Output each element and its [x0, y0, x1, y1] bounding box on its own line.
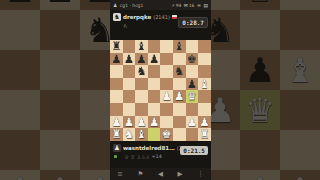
captured-black-pieces: ♛ ♜ ♟♟♟: [125, 154, 151, 160]
square-d3[interactable]: [148, 103, 161, 116]
square-e8[interactable]: [160, 40, 173, 53]
square-h8[interactable]: [198, 40, 211, 53]
square-h7[interactable]: [198, 53, 211, 66]
black-king: ♚: [186, 53, 199, 66]
app-top-bar: ♟ cg1 · hcg1 ⚡94✉16≡▤: [110, 0, 211, 10]
icon-glyph: ⚡: [171, 3, 174, 8]
white-pawn: ♟: [186, 116, 199, 129]
white-rook: ♜: [198, 128, 211, 141]
square-b5[interactable]: [123, 78, 136, 91]
square-c5[interactable]: [135, 78, 148, 91]
black-pawn: ♟: [123, 53, 136, 66]
square-c6[interactable]: ♞: [135, 65, 148, 78]
appbar-action-0-icon[interactable]: ⚡94: [171, 3, 181, 8]
black-pawn: ♟: [110, 53, 123, 66]
captured-white-knight: ♘: [123, 23, 127, 29]
game-controls-toolbar: ≡⚑◀▶⋮: [110, 168, 211, 180]
square-a7[interactable]: ♟: [110, 53, 123, 66]
square-c3[interactable]: [135, 103, 148, 116]
square-c1[interactable]: ♝: [135, 128, 148, 141]
icon-glyph: ≡: [197, 3, 201, 8]
square-b8[interactable]: [123, 40, 136, 53]
white-bishop: ♝: [135, 128, 148, 141]
square-d6[interactable]: [148, 65, 161, 78]
square-a6[interactable]: [110, 65, 123, 78]
black-bishop: ♝: [173, 40, 186, 53]
square-g8[interactable]: [186, 40, 199, 53]
square-b6[interactable]: [123, 65, 136, 78]
appbar-right-group: ⚡94✉16≡▤: [171, 3, 208, 8]
white-rook: ♜: [110, 128, 123, 141]
black-bishop: ♝: [135, 40, 148, 53]
player-bar-top[interactable]: ♞ drerpqke (2141) ♘ 0:28.7: [113, 13, 208, 37]
appbar-action-3-icon[interactable]: ▤: [203, 3, 208, 8]
appbar-badge-count: 16: [189, 3, 195, 8]
square-g4[interactable]: ♛: [186, 90, 199, 103]
top-player-avatar: ♞: [113, 13, 121, 21]
square-e3[interactable]: [160, 103, 173, 116]
bottom-player-avatar: ♟: [113, 144, 121, 152]
black-knight: ♞: [173, 65, 186, 78]
square-b7[interactable]: ♟: [123, 53, 136, 66]
white-bishop: ♝: [198, 78, 211, 91]
square-a1[interactable]: ♜: [110, 128, 123, 141]
top-player-flag-icon: [172, 15, 177, 18]
square-h5[interactable]: ♝: [198, 78, 211, 91]
forward-icon[interactable]: ▶: [178, 168, 183, 180]
square-f4[interactable]: ♟: [173, 90, 186, 103]
appbar-left-group: ♟ cg1 · hcg1: [113, 3, 143, 8]
square-d5[interactable]: [148, 78, 161, 91]
square-g2[interactable]: ♟: [186, 116, 199, 129]
square-e4[interactable]: ♟: [160, 90, 173, 103]
square-g3[interactable]: [186, 103, 199, 116]
back-icon[interactable]: ◀: [158, 168, 163, 180]
icon-glyph: ▤: [203, 3, 208, 8]
flag-icon[interactable]: ⚑: [137, 168, 143, 180]
square-h3[interactable]: [198, 103, 211, 116]
black-knight: ♞: [135, 65, 148, 78]
square-e1[interactable]: ♚: [160, 128, 173, 141]
square-f2[interactable]: [173, 116, 186, 129]
player-bar-bottom[interactable]: ♟ wasntdelred81… (2419) ♛ ♜ ♟♟♟ +14 0:21…: [113, 144, 208, 163]
square-a3[interactable]: [110, 103, 123, 116]
white-king: ♚: [160, 128, 173, 141]
top-player-clock: 0:28.7: [178, 17, 208, 28]
square-b3[interactable]: [123, 103, 136, 116]
white-pawn: ♟: [160, 90, 173, 103]
video-frame: ♜♝♝♟♟♟♟♚♞♞♟♝♟♟♛♟♟♟♟♟♟♜♞♝♚♜ ♟ cg1 · hcg1 …: [0, 0, 320, 180]
white-knight: ♞: [123, 128, 136, 141]
black-rook: ♜: [110, 40, 123, 53]
bottom-player-name[interactable]: wasntdelred81…: [123, 145, 175, 151]
app-screen: ♟ cg1 · hcg1 ⚡94✉16≡▤ ♞ drerpqke (2141) …: [110, 0, 211, 180]
top-player-name[interactable]: drerpqke: [123, 14, 151, 20]
square-b4[interactable]: [123, 90, 136, 103]
menu-icon[interactable]: ≡: [117, 168, 122, 180]
top-player-rating: (2141): [153, 14, 170, 20]
square-d8[interactable]: [148, 40, 161, 53]
appbar-action-1-icon[interactable]: ✉16: [184, 3, 195, 8]
white-queen: ♛: [186, 90, 199, 103]
icon-glyph: ✉: [184, 3, 188, 8]
square-b1[interactable]: ♞: [123, 128, 136, 141]
square-f1[interactable]: [173, 128, 186, 141]
white-pawn: ♟: [173, 90, 186, 103]
square-d1[interactable]: [148, 128, 161, 141]
square-f8[interactable]: ♝: [173, 40, 186, 53]
square-e6[interactable]: [160, 65, 173, 78]
square-a8[interactable]: ♜: [110, 40, 123, 53]
square-g6[interactable]: [186, 65, 199, 78]
black-pawn: ♟: [148, 53, 161, 66]
appbar-action-2-icon[interactable]: ≡: [197, 3, 201, 8]
square-g7[interactable]: ♚: [186, 53, 199, 66]
online-indicator: [114, 155, 117, 158]
square-f3[interactable]: [173, 103, 186, 116]
chess-board[interactable]: ♜♝♝♟♟♟♟♚♞♞♟♝♟♟♛♟♟♟♟♟♟♜♞♝♚♜: [110, 40, 211, 141]
square-e7[interactable]: [160, 53, 173, 66]
appbar-badge-count: 94: [176, 3, 182, 8]
square-d2[interactable]: ♟: [148, 116, 161, 129]
square-h4[interactable]: [198, 90, 211, 103]
square-g1[interactable]: [186, 128, 199, 141]
square-f6[interactable]: ♞: [173, 65, 186, 78]
square-d7[interactable]: ♟: [148, 53, 161, 66]
square-d4[interactable]: [148, 90, 161, 103]
pawn-icon: ♟: [113, 3, 117, 8]
square-h6[interactable]: [198, 65, 211, 78]
material-advantage: +14: [152, 154, 162, 159]
appbar-left-text[interactable]: cg1 · hcg1: [120, 3, 144, 8]
more-icon[interactable]: ⋮: [197, 168, 204, 180]
square-a4[interactable]: [110, 90, 123, 103]
square-h1[interactable]: ♜: [198, 128, 211, 141]
bottom-player-clock: 0:21.5: [180, 146, 208, 155]
square-a5[interactable]: [110, 78, 123, 91]
square-c8[interactable]: ♝: [135, 40, 148, 53]
square-c4[interactable]: [135, 90, 148, 103]
white-pawn: ♟: [148, 116, 161, 129]
